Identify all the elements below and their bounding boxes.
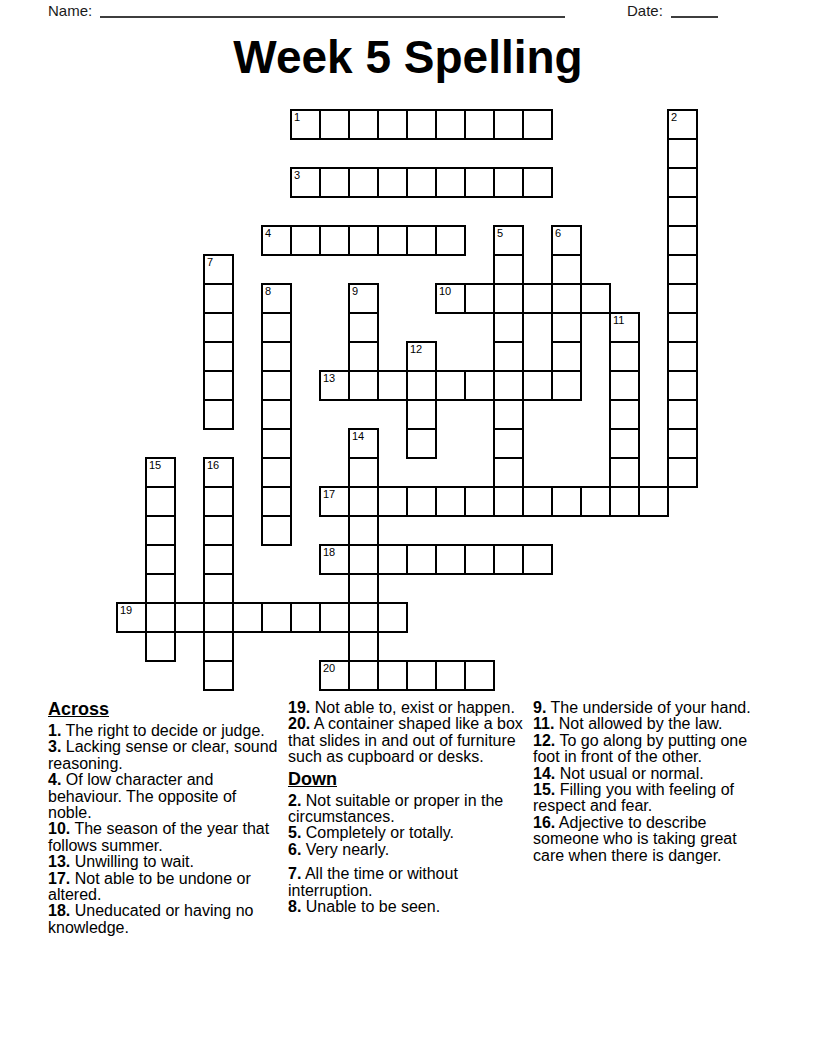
grid-cell[interactable] bbox=[464, 109, 495, 140]
grid-cell[interactable] bbox=[522, 370, 553, 401]
grid-cell[interactable]: 15 bbox=[145, 457, 176, 488]
grid-cell[interactable]: 3 bbox=[290, 167, 321, 198]
clue-number: 19. bbox=[288, 699, 310, 716]
grid-cell[interactable] bbox=[667, 167, 698, 198]
clue-number: 1. bbox=[48, 722, 61, 739]
grid-cell[interactable] bbox=[348, 660, 379, 691]
grid-cell[interactable] bbox=[348, 573, 379, 604]
clue-13: 13. Unwilling to wait. bbox=[48, 854, 280, 870]
grid-cell[interactable]: 9 bbox=[348, 283, 379, 314]
grid-cell[interactable] bbox=[493, 370, 524, 401]
clue-1: 1. The right to decide or judge. bbox=[48, 723, 280, 739]
clue-number: 16 bbox=[207, 459, 219, 471]
grid-cell[interactable]: 17 bbox=[319, 486, 350, 517]
date-label: Date: bbox=[627, 2, 663, 19]
date-blank-line[interactable] bbox=[671, 0, 718, 18]
grid-cell[interactable] bbox=[493, 544, 524, 575]
clue-number: 9. bbox=[533, 699, 546, 716]
grid-cell[interactable] bbox=[493, 399, 524, 430]
grid-cell[interactable] bbox=[609, 399, 640, 430]
clue-number: 7 bbox=[207, 256, 213, 268]
grid-cell[interactable] bbox=[348, 167, 379, 198]
clue-number: 14. bbox=[533, 765, 555, 782]
grid-cell[interactable] bbox=[464, 370, 495, 401]
grid-cell[interactable] bbox=[667, 283, 698, 314]
grid-cell[interactable] bbox=[609, 428, 640, 459]
grid-cell[interactable] bbox=[551, 486, 582, 517]
clue-20: 20. A container shaped like a box that s… bbox=[288, 716, 525, 765]
clue-number: 6. bbox=[288, 841, 301, 858]
clue-number: 7. bbox=[288, 865, 301, 882]
grid-cell[interactable] bbox=[667, 312, 698, 343]
grid-cell[interactable] bbox=[522, 109, 553, 140]
clue-number: 12 bbox=[410, 343, 422, 355]
clue-15: 15. Filling you with feeling of respect … bbox=[533, 782, 768, 815]
grid-cell[interactable] bbox=[435, 109, 466, 140]
grid-cell[interactable]: 4 bbox=[261, 225, 292, 256]
grid-cell[interactable] bbox=[203, 660, 234, 691]
clue-number: 3. bbox=[48, 738, 61, 755]
clue-number: 10. bbox=[48, 820, 70, 837]
grid-cell[interactable] bbox=[319, 109, 350, 140]
grid-cell[interactable] bbox=[522, 544, 553, 575]
grid-cell[interactable] bbox=[609, 457, 640, 488]
grid-cell[interactable] bbox=[261, 370, 292, 401]
grid-cell[interactable] bbox=[348, 312, 379, 343]
grid-cell[interactable] bbox=[348, 109, 379, 140]
grid-cell[interactable] bbox=[464, 660, 495, 691]
grid-cell[interactable] bbox=[232, 602, 263, 633]
grid-cell[interactable]: 16 bbox=[203, 457, 234, 488]
grid-cell[interactable]: 19 bbox=[116, 602, 147, 633]
grid-cell[interactable] bbox=[435, 225, 466, 256]
clue-number: 5. bbox=[288, 824, 301, 841]
grid-cell[interactable] bbox=[261, 399, 292, 430]
crossword-grid[interactable]: 1234567891011121314151617181920 bbox=[117, 110, 697, 690]
grid-cell[interactable] bbox=[580, 486, 611, 517]
grid-cell[interactable] bbox=[145, 486, 176, 517]
grid-cell[interactable] bbox=[261, 312, 292, 343]
grid-cell[interactable] bbox=[377, 544, 408, 575]
clue-number: 17 bbox=[323, 488, 335, 500]
grid-cell[interactable] bbox=[261, 515, 292, 546]
grid-cell[interactable] bbox=[435, 544, 466, 575]
clue-number: 3 bbox=[294, 169, 300, 181]
clue-18: 18. Uneducated or having no knowledge. bbox=[48, 903, 280, 936]
grid-cell[interactable] bbox=[203, 602, 234, 633]
grid-cell[interactable]: 8 bbox=[261, 283, 292, 314]
clue-number: 4 bbox=[265, 227, 271, 239]
grid-cell[interactable] bbox=[377, 602, 408, 633]
clue-number: 18. bbox=[48, 902, 70, 919]
clue-number: 13 bbox=[323, 372, 335, 384]
grid-cell[interactable] bbox=[377, 109, 408, 140]
clue-number: 8. bbox=[288, 898, 301, 915]
clue-number: 10 bbox=[439, 285, 451, 297]
grid-cell[interactable] bbox=[203, 631, 234, 662]
grid-cell[interactable] bbox=[406, 399, 437, 430]
grid-cell[interactable] bbox=[493, 109, 524, 140]
grid-cell[interactable]: 12 bbox=[406, 341, 437, 372]
grid-cell[interactable] bbox=[261, 341, 292, 372]
grid-cell[interactable] bbox=[145, 631, 176, 662]
clue-11: 11. Not allowed by the law. bbox=[533, 716, 768, 732]
grid-cell[interactable]: 14 bbox=[348, 428, 379, 459]
grid-cell[interactable]: 5 bbox=[493, 225, 524, 256]
clue-number: 5 bbox=[497, 227, 503, 239]
grid-cell[interactable] bbox=[348, 515, 379, 546]
clue-16: 16. Adjective to describe someone who is… bbox=[533, 815, 768, 864]
grid-cell[interactable] bbox=[406, 370, 437, 401]
grid-cell[interactable] bbox=[203, 370, 234, 401]
grid-cell[interactable] bbox=[377, 486, 408, 517]
grid-cell[interactable] bbox=[609, 486, 640, 517]
grid-cell[interactable] bbox=[435, 660, 466, 691]
grid-cell[interactable] bbox=[406, 167, 437, 198]
grid-cell[interactable] bbox=[261, 602, 292, 633]
clue-column-down: 9. The underside of your hand.11. Not al… bbox=[533, 700, 768, 936]
clue-number: 8 bbox=[265, 285, 271, 297]
clue-12: 12. To go along by putting one foot in f… bbox=[533, 733, 768, 766]
grid-cell[interactable]: 1 bbox=[290, 109, 321, 140]
grid-cell[interactable] bbox=[203, 312, 234, 343]
grid-cell[interactable] bbox=[522, 283, 553, 314]
clue-number: 20 bbox=[323, 662, 335, 674]
grid-cell[interactable]: 7 bbox=[203, 254, 234, 285]
grid-cell[interactable] bbox=[464, 167, 495, 198]
grid-cell[interactable] bbox=[667, 370, 698, 401]
clue-number: 17. bbox=[48, 870, 70, 887]
clue-number: 12. bbox=[533, 732, 555, 749]
grid-cell[interactable] bbox=[406, 544, 437, 575]
clue-5: 5. Completely or totally. bbox=[288, 825, 525, 841]
grid-cell[interactable] bbox=[203, 399, 234, 430]
grid-cell[interactable] bbox=[551, 370, 582, 401]
grid-cell[interactable]: 11 bbox=[609, 312, 640, 343]
name-blank-line[interactable] bbox=[100, 0, 565, 18]
clue-3: 3. Lacking sense or clear, sound reasoni… bbox=[48, 739, 280, 772]
grid-cell[interactable] bbox=[377, 660, 408, 691]
grid-cell[interactable] bbox=[377, 370, 408, 401]
grid-cell[interactable] bbox=[290, 602, 321, 633]
grid-cell[interactable] bbox=[406, 225, 437, 256]
grid-cell[interactable] bbox=[493, 486, 524, 517]
grid-cell[interactable] bbox=[348, 631, 379, 662]
grid-cell[interactable] bbox=[406, 660, 437, 691]
grid-cell[interactable] bbox=[203, 544, 234, 575]
grid-cell[interactable] bbox=[551, 254, 582, 285]
clue-10: 10. The season of the year that follows … bbox=[48, 821, 280, 854]
grid-cell[interactable] bbox=[261, 486, 292, 517]
clue-17: 17. Not able to be undone or altered. bbox=[48, 871, 280, 904]
clue-number: 4. bbox=[48, 771, 61, 788]
clue-number: 11 bbox=[613, 314, 624, 326]
clue-column-middle: 19. Not able to, exist or happen.20. A c… bbox=[288, 700, 533, 936]
clue-number: 18 bbox=[323, 546, 335, 558]
clue-4: 4. Of low character and behaviour. The o… bbox=[48, 772, 280, 821]
grid-cell[interactable] bbox=[493, 312, 524, 343]
grid-cell[interactable] bbox=[493, 341, 524, 372]
clue-number: 15. bbox=[533, 781, 555, 798]
grid-cell[interactable] bbox=[377, 225, 408, 256]
grid-cell[interactable] bbox=[609, 341, 640, 372]
clue-number: 20. bbox=[288, 715, 310, 732]
grid-cell[interactable] bbox=[203, 486, 234, 517]
grid-cell[interactable] bbox=[435, 167, 466, 198]
grid-cell[interactable] bbox=[435, 486, 466, 517]
clue-number: 2. bbox=[288, 792, 301, 809]
clue-number: 2 bbox=[671, 111, 677, 123]
clue-section: Across1. The right to decide or judge.3.… bbox=[48, 700, 768, 936]
grid-cell[interactable] bbox=[609, 370, 640, 401]
grid-cell[interactable] bbox=[493, 254, 524, 285]
grid-cell[interactable] bbox=[406, 486, 437, 517]
clue-heading-down: Down bbox=[288, 770, 525, 789]
grid-cell[interactable] bbox=[580, 283, 611, 314]
grid-cell[interactable] bbox=[203, 341, 234, 372]
grid-cell[interactable] bbox=[406, 109, 437, 140]
grid-cell[interactable] bbox=[145, 573, 176, 604]
grid-cell[interactable] bbox=[667, 225, 698, 256]
grid-cell[interactable]: 2 bbox=[667, 109, 698, 140]
grid-cell[interactable]: 18 bbox=[319, 544, 350, 575]
grid-cell[interactable] bbox=[145, 544, 176, 575]
name-label: Name: bbox=[48, 2, 92, 19]
clue-6: 6. Very nearly. bbox=[288, 842, 525, 858]
grid-cell[interactable] bbox=[203, 283, 234, 314]
grid-cell[interactable] bbox=[348, 602, 379, 633]
grid-cell[interactable] bbox=[319, 602, 350, 633]
grid-cell[interactable] bbox=[319, 167, 350, 198]
clue-7: 7. All the time or without interruption. bbox=[288, 866, 525, 899]
grid-cell[interactable] bbox=[348, 225, 379, 256]
grid-cell[interactable] bbox=[406, 428, 437, 459]
clue-19: 19. Not able to, exist or happen. bbox=[288, 700, 525, 716]
grid-cell[interactable] bbox=[377, 167, 408, 198]
grid-cell[interactable] bbox=[522, 167, 553, 198]
grid-cell[interactable] bbox=[203, 573, 234, 604]
clue-2: 2. Not suitable or proper in the circums… bbox=[288, 793, 525, 826]
grid-cell[interactable] bbox=[667, 138, 698, 169]
grid-cell[interactable] bbox=[667, 254, 698, 285]
grid-cell[interactable] bbox=[638, 486, 669, 517]
grid-cell[interactable] bbox=[464, 544, 495, 575]
grid-cell[interactable] bbox=[348, 544, 379, 575]
clue-number: 19 bbox=[120, 604, 132, 616]
grid-cell[interactable] bbox=[493, 428, 524, 459]
clue-number: 13. bbox=[48, 853, 70, 870]
grid-cell[interactable] bbox=[203, 515, 234, 546]
grid-cell[interactable] bbox=[667, 399, 698, 430]
clue-number: 6 bbox=[555, 227, 561, 239]
clue-8: 8. Unable to be seen. bbox=[288, 899, 525, 915]
grid-cell[interactable] bbox=[348, 486, 379, 517]
grid-cell[interactable] bbox=[464, 486, 495, 517]
grid-cell[interactable] bbox=[348, 341, 379, 372]
clue-number: 1 bbox=[294, 111, 300, 123]
grid-cell[interactable] bbox=[522, 486, 553, 517]
grid-cell[interactable] bbox=[493, 283, 524, 314]
clue-9: 9. The underside of your hand. bbox=[533, 700, 768, 716]
grid-cell[interactable] bbox=[348, 370, 379, 401]
grid-cell[interactable] bbox=[551, 341, 582, 372]
clue-heading-across: Across bbox=[48, 700, 280, 719]
grid-cell[interactable] bbox=[493, 457, 524, 488]
grid-cell[interactable] bbox=[464, 283, 495, 314]
grid-cell[interactable] bbox=[435, 370, 466, 401]
grid-cell[interactable] bbox=[667, 428, 698, 459]
grid-cell[interactable] bbox=[145, 602, 176, 633]
clue-column-across: Across1. The right to decide or judge.3.… bbox=[48, 700, 288, 936]
grid-cell[interactable] bbox=[551, 312, 582, 343]
grid-cell[interactable] bbox=[319, 225, 350, 256]
page-title: Week 5 Spelling bbox=[0, 31, 816, 83]
grid-cell[interactable] bbox=[261, 457, 292, 488]
clue-number: 16. bbox=[533, 814, 555, 831]
clue-14: 14. Not usual or normal. bbox=[533, 766, 768, 782]
grid-cell[interactable] bbox=[667, 196, 698, 227]
grid-cell[interactable]: 13 bbox=[319, 370, 350, 401]
clue-number: 14 bbox=[352, 430, 364, 442]
grid-cell[interactable] bbox=[261, 428, 292, 459]
grid-cell[interactable] bbox=[667, 457, 698, 488]
grid-cell[interactable]: 10 bbox=[435, 283, 466, 314]
grid-cell[interactable] bbox=[174, 602, 205, 633]
grid-cell[interactable] bbox=[551, 283, 582, 314]
clue-number: 15 bbox=[149, 459, 161, 471]
clue-number: 9 bbox=[352, 285, 358, 297]
grid-cell[interactable]: 6 bbox=[551, 225, 582, 256]
grid-cell[interactable] bbox=[348, 457, 379, 488]
grid-cell[interactable] bbox=[290, 225, 321, 256]
grid-cell[interactable] bbox=[667, 341, 698, 372]
grid-cell[interactable] bbox=[145, 515, 176, 546]
clue-number: 11. bbox=[533, 715, 554, 732]
grid-cell[interactable] bbox=[493, 167, 524, 198]
grid-cell[interactable]: 20 bbox=[319, 660, 350, 691]
